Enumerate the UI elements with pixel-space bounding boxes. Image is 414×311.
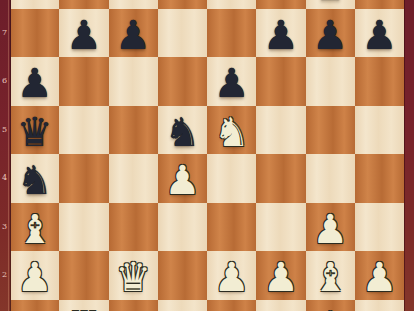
rank-label-3: 3 — [0, 223, 9, 231]
square-h2[interactable]: ♟ — [355, 251, 404, 300]
piece-black-pawn-a6[interactable]: ♟ — [17, 63, 53, 103]
piece-black-pawn-g7[interactable]: ♟ — [312, 15, 348, 55]
square-c1[interactable] — [109, 300, 158, 311]
square-g2[interactable]: ♝ — [306, 251, 355, 300]
piece-white-rook-b1[interactable]: ♜ — [66, 306, 102, 311]
square-a2[interactable]: ♟ — [10, 251, 59, 300]
piece-black-pawn-b7[interactable]: ♟ — [66, 15, 102, 55]
square-a4[interactable]: ♞ — [10, 154, 59, 203]
piece-black-knight-a4[interactable]: ♞ — [17, 160, 53, 200]
square-f8[interactable] — [256, 0, 305, 9]
square-b6[interactable] — [59, 57, 108, 106]
piece-white-bishop-g2[interactable]: ♝ — [312, 257, 348, 297]
piece-black-queen-a5[interactable]: ♛ — [17, 112, 53, 152]
square-d8[interactable] — [158, 0, 207, 9]
chessboard: ♚♟♟♟♟♟♟♟♛♞♞♞♟♝♟♟♛♟♟♝♟♜♚ — [10, 0, 404, 311]
square-c8[interactable] — [109, 0, 158, 9]
square-e5[interactable]: ♞ — [207, 106, 256, 155]
square-d7[interactable] — [158, 9, 207, 58]
square-a3[interactable]: ♝ — [10, 203, 59, 252]
square-d3[interactable] — [158, 203, 207, 252]
board-right-border — [404, 0, 414, 311]
rank-label-4: 4 — [0, 174, 9, 182]
square-f3[interactable] — [256, 203, 305, 252]
square-h3[interactable] — [355, 203, 404, 252]
square-h1[interactable] — [355, 300, 404, 311]
square-d6[interactable] — [158, 57, 207, 106]
piece-black-pawn-h7[interactable]: ♟ — [361, 15, 397, 55]
square-c3[interactable] — [109, 203, 158, 252]
square-c5[interactable] — [109, 106, 158, 155]
square-d5[interactable]: ♞ — [158, 106, 207, 155]
piece-white-bishop-a3[interactable]: ♝ — [17, 209, 53, 249]
square-b5[interactable] — [59, 106, 108, 155]
rank-label-2: 2 — [0, 271, 9, 279]
piece-white-pawn-e2[interactable]: ♟ — [214, 257, 250, 297]
square-f5[interactable] — [256, 106, 305, 155]
square-g5[interactable] — [306, 106, 355, 155]
square-c7[interactable]: ♟ — [109, 9, 158, 58]
board-left-border: 87654321 — [0, 0, 11, 311]
square-h8[interactable] — [355, 0, 404, 9]
piece-white-pawn-g3[interactable]: ♟ — [312, 209, 348, 249]
square-c2[interactable]: ♛ — [109, 251, 158, 300]
square-a1[interactable] — [10, 300, 59, 311]
square-h5[interactable] — [355, 106, 404, 155]
square-f6[interactable] — [256, 57, 305, 106]
square-b8[interactable] — [59, 0, 108, 9]
square-a6[interactable]: ♟ — [10, 57, 59, 106]
square-g4[interactable] — [306, 154, 355, 203]
rank-label-5: 5 — [0, 126, 9, 134]
square-f2[interactable]: ♟ — [256, 251, 305, 300]
piece-black-pawn-c7[interactable]: ♟ — [115, 15, 151, 55]
square-e3[interactable] — [207, 203, 256, 252]
square-g1[interactable]: ♚ — [306, 300, 355, 311]
square-a5[interactable]: ♛ — [10, 106, 59, 155]
piece-white-pawn-a2[interactable]: ♟ — [17, 257, 53, 297]
square-g3[interactable]: ♟ — [306, 203, 355, 252]
square-h4[interactable] — [355, 154, 404, 203]
piece-black-king-g8[interactable]: ♚ — [312, 0, 348, 6]
square-e6[interactable]: ♟ — [207, 57, 256, 106]
square-h7[interactable]: ♟ — [355, 9, 404, 58]
square-g6[interactable] — [306, 57, 355, 106]
square-f7[interactable]: ♟ — [256, 9, 305, 58]
square-d2[interactable] — [158, 251, 207, 300]
square-a7[interactable] — [10, 9, 59, 58]
square-b4[interactable] — [59, 154, 108, 203]
square-b7[interactable]: ♟ — [59, 9, 108, 58]
piece-white-pawn-h2[interactable]: ♟ — [361, 257, 397, 297]
square-b3[interactable] — [59, 203, 108, 252]
square-e4[interactable] — [207, 154, 256, 203]
piece-white-pawn-f2[interactable]: ♟ — [263, 257, 299, 297]
rank-label-6: 6 — [0, 77, 9, 85]
chess-diagram: ♚♟♟♟♟♟♟♟♛♞♞♞♟♝♟♟♛♟♟♝♟♜♚ 87654321 — [0, 0, 414, 311]
square-g7[interactable]: ♟ — [306, 9, 355, 58]
square-e7[interactable] — [207, 9, 256, 58]
square-a8[interactable] — [10, 0, 59, 9]
square-h6[interactable] — [355, 57, 404, 106]
square-d4[interactable]: ♟ — [158, 154, 207, 203]
piece-black-pawn-e6[interactable]: ♟ — [214, 63, 250, 103]
piece-black-knight-d5[interactable]: ♞ — [164, 112, 200, 152]
square-d1[interactable] — [158, 300, 207, 311]
rank-label-7: 7 — [0, 29, 9, 37]
square-e2[interactable]: ♟ — [207, 251, 256, 300]
piece-black-pawn-f7[interactable]: ♟ — [263, 15, 299, 55]
square-e1[interactable] — [207, 300, 256, 311]
square-c6[interactable] — [109, 57, 158, 106]
square-e8[interactable] — [207, 0, 256, 9]
square-b1[interactable]: ♜ — [59, 300, 108, 311]
piece-white-king-g1[interactable]: ♚ — [312, 306, 348, 311]
piece-white-pawn-d4[interactable]: ♟ — [164, 160, 200, 200]
square-g8[interactable]: ♚ — [306, 0, 355, 9]
square-c4[interactable] — [109, 154, 158, 203]
square-f4[interactable] — [256, 154, 305, 203]
square-b2[interactable] — [59, 251, 108, 300]
piece-white-queen-c2[interactable]: ♛ — [115, 257, 151, 297]
piece-white-knight-e5[interactable]: ♞ — [214, 112, 250, 152]
square-f1[interactable] — [256, 300, 305, 311]
